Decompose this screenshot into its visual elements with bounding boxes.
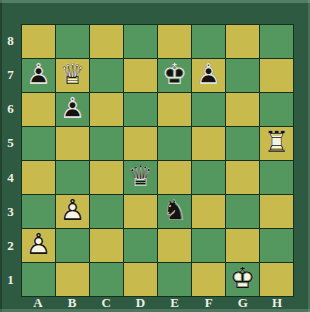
square-a8[interactable]	[22, 25, 55, 58]
square-a5[interactable]	[22, 127, 55, 160]
piece-black-pawn: ♟♙	[22, 59, 55, 92]
piece-white-pawn: ♟♙	[22, 229, 55, 262]
square-e3[interactable]: ♞♘	[158, 195, 191, 228]
file-label-f: F	[192, 295, 226, 310]
rank-label-4: 4	[0, 161, 21, 195]
square-f3[interactable]	[192, 195, 225, 228]
square-h6[interactable]	[260, 93, 293, 126]
piece-white-queen: ♛♕	[56, 59, 89, 92]
piece-outline-layer: ♙	[192, 59, 225, 92]
rank-labels: 8 7 6 5 4 3 2 1	[0, 24, 21, 297]
piece-black-knight: ♞♘	[158, 195, 191, 228]
square-b3[interactable]: ♟♙	[56, 195, 89, 228]
rank-label-7: 7	[0, 58, 21, 92]
square-f2[interactable]	[192, 229, 225, 262]
square-b4[interactable]	[56, 161, 89, 194]
piece-black-queen: ♛♕	[124, 161, 157, 194]
square-a2[interactable]: ♟♙	[22, 229, 55, 262]
square-h1[interactable]	[260, 263, 293, 296]
square-c7[interactable]	[90, 59, 123, 92]
file-label-a: A	[21, 295, 55, 310]
piece-outline-layer: ♘	[158, 195, 191, 228]
square-d6[interactable]	[124, 93, 157, 126]
square-f6[interactable]	[192, 93, 225, 126]
square-h3[interactable]	[260, 195, 293, 228]
file-label-d: D	[123, 295, 157, 310]
square-b7[interactable]: ♛♕	[56, 59, 89, 92]
square-g5[interactable]	[226, 127, 259, 160]
square-e8[interactable]	[158, 25, 191, 58]
square-h4[interactable]	[260, 161, 293, 194]
square-c1[interactable]	[90, 263, 123, 296]
square-h2[interactable]	[260, 229, 293, 262]
square-a6[interactable]	[22, 93, 55, 126]
square-d8[interactable]	[124, 25, 157, 58]
file-label-e: E	[158, 295, 192, 310]
square-e4[interactable]	[158, 161, 191, 194]
square-e6[interactable]	[158, 93, 191, 126]
file-label-b: B	[55, 295, 89, 310]
piece-outline-layer: ♔	[226, 263, 259, 296]
square-f7[interactable]: ♟♙	[192, 59, 225, 92]
square-g4[interactable]	[226, 161, 259, 194]
file-label-g: G	[226, 295, 260, 310]
square-a1[interactable]	[22, 263, 55, 296]
square-b5[interactable]	[56, 127, 89, 160]
square-e7[interactable]: ♚♔	[158, 59, 191, 92]
piece-outline-layer: ♔	[158, 59, 191, 92]
square-f1[interactable]	[192, 263, 225, 296]
square-c2[interactable]	[90, 229, 123, 262]
piece-black-king: ♚♔	[158, 59, 191, 92]
square-c8[interactable]	[90, 25, 123, 58]
piece-black-pawn: ♟♙	[56, 93, 89, 126]
square-d2[interactable]	[124, 229, 157, 262]
square-g2[interactable]	[226, 229, 259, 262]
square-b1[interactable]	[56, 263, 89, 296]
rank-label-8: 8	[0, 24, 21, 58]
file-labels: A B C D E F G H	[21, 295, 294, 310]
square-c6[interactable]	[90, 93, 123, 126]
rank-label-3: 3	[0, 195, 21, 229]
square-g3[interactable]	[226, 195, 259, 228]
square-c3[interactable]	[90, 195, 123, 228]
square-g6[interactable]	[226, 93, 259, 126]
square-c4[interactable]	[90, 161, 123, 194]
square-h5[interactable]: ♜♖	[260, 127, 293, 160]
square-g8[interactable]	[226, 25, 259, 58]
square-d1[interactable]	[124, 263, 157, 296]
rank-label-2: 2	[0, 229, 21, 263]
square-g7[interactable]	[226, 59, 259, 92]
square-d3[interactable]	[124, 195, 157, 228]
square-b6[interactable]: ♟♙	[56, 93, 89, 126]
square-d4[interactable]: ♛♕	[124, 161, 157, 194]
square-a3[interactable]	[22, 195, 55, 228]
piece-outline-layer: ♕	[124, 161, 157, 194]
file-label-h: H	[260, 295, 294, 310]
square-f8[interactable]	[192, 25, 225, 58]
piece-black-pawn: ♟♙	[192, 59, 225, 92]
square-d5[interactable]	[124, 127, 157, 160]
square-b8[interactable]	[56, 25, 89, 58]
piece-white-king: ♚♔	[226, 263, 259, 296]
square-f5[interactable]	[192, 127, 225, 160]
square-e1[interactable]	[158, 263, 191, 296]
piece-outline-layer: ♕	[56, 59, 89, 92]
square-d7[interactable]	[124, 59, 157, 92]
rank-label-6: 6	[0, 92, 21, 126]
square-h7[interactable]	[260, 59, 293, 92]
rank-label-1: 1	[0, 263, 21, 297]
file-label-c: C	[89, 295, 123, 310]
square-h8[interactable]	[260, 25, 293, 58]
rank-label-5: 5	[0, 126, 21, 160]
square-e2[interactable]	[158, 229, 191, 262]
piece-outline-layer: ♙	[56, 195, 89, 228]
piece-outline-layer: ♖	[260, 127, 293, 160]
square-e5[interactable]	[158, 127, 191, 160]
piece-outline-layer: ♙	[56, 93, 89, 126]
piece-white-pawn: ♟♙	[56, 195, 89, 228]
piece-outline-layer: ♙	[22, 59, 55, 92]
chess-board-frame: 8 7 6 5 4 3 2 1 ♟♙♛♕♚♔♟♙♟♙♜♖♛♕♟♙♞♘♟♙♚♔ A…	[0, 0, 310, 312]
square-g1[interactable]: ♚♔	[226, 263, 259, 296]
piece-white-rook: ♜♖	[260, 127, 293, 160]
square-f4[interactable]	[192, 161, 225, 194]
chess-board: ♟♙♛♕♚♔♟♙♟♙♜♖♛♕♟♙♞♘♟♙♚♔	[21, 24, 294, 297]
square-b2[interactable]	[56, 229, 89, 262]
square-a7[interactable]: ♟♙	[22, 59, 55, 92]
square-c5[interactable]	[90, 127, 123, 160]
square-a4[interactable]	[22, 161, 55, 194]
piece-outline-layer: ♙	[22, 229, 55, 262]
